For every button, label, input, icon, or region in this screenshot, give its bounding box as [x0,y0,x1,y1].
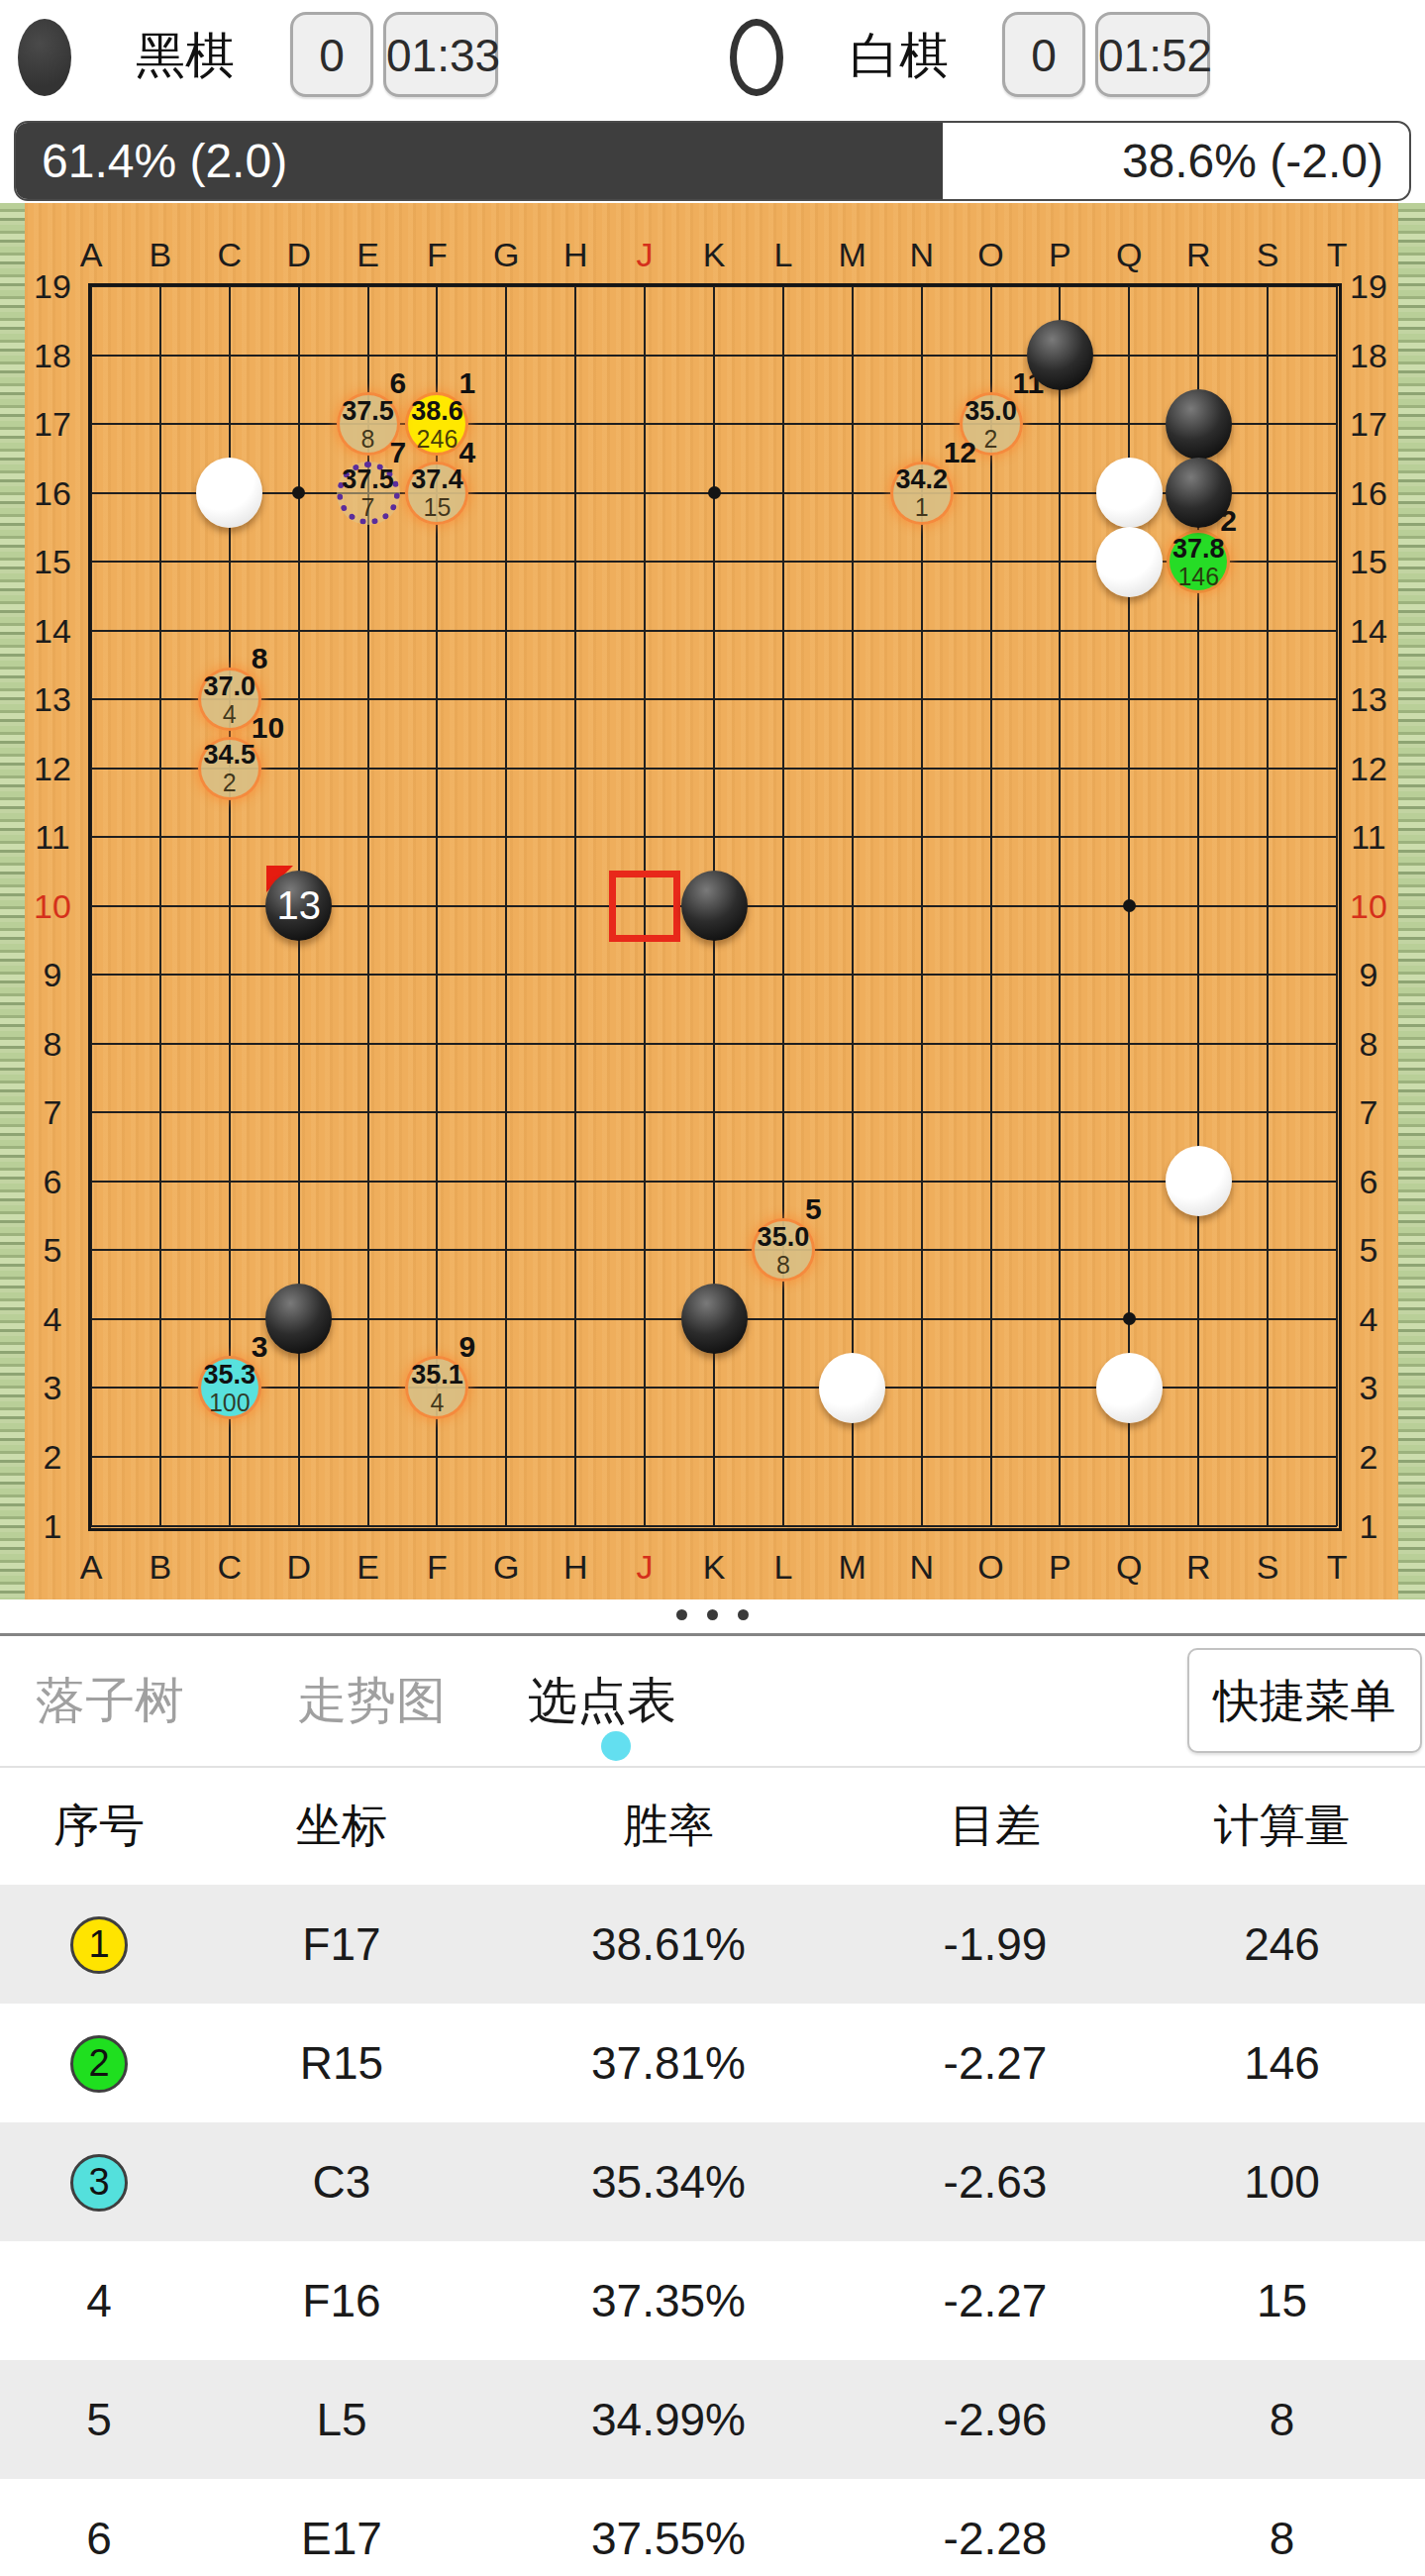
column-label-bottom: T [1315,1547,1359,1587]
rank-cell: 6 [0,2512,198,2565]
candidate-winrate: 37.5 [342,464,394,494]
column-label-bottom: J [623,1547,666,1587]
column-label-top: E [347,235,390,274]
candidate-row-R15[interactable]: 2R1537.81%-2.27146 [0,2004,1425,2122]
column-label-bottom: N [900,1547,944,1587]
row-label-left: 2 [25,1437,80,1477]
star-point [708,486,721,499]
column-label-top: J [623,235,666,274]
tab-move-tree[interactable]: 落子树 [36,1636,184,1766]
winrate-white-label: 38.6% (-2.0) [1122,123,1383,199]
column-label-bottom: H [554,1547,597,1587]
quick-menu-button[interactable]: 快捷菜单 [1187,1648,1422,1753]
column-label-bottom: K [692,1547,736,1587]
row-label-left: 10 [25,886,80,926]
winrate-bar: 61.4% (2.0) 38.6% (-2.0) [14,121,1411,201]
row-label-right: 7 [1341,1092,1396,1132]
winrate-cell: 37.81% [485,2036,852,2090]
column-label-bottom: D [277,1547,321,1587]
stone-white-M3 [819,1353,885,1423]
candidate-visits: 8 [361,426,375,453]
candidate-winrate: 35.1 [411,1360,463,1390]
row-label-right: 1 [1341,1506,1396,1546]
row-label-left: 5 [25,1230,80,1270]
candidate-rank-label: 10 [252,711,284,745]
score-diff-cell: -2.96 [852,2393,1139,2446]
page-indicator[interactable] [0,1605,1425,1623]
column-label-top: F [415,235,458,274]
winrate-cell: 34.99% [485,2393,852,2446]
column-label-bottom: L [762,1547,805,1587]
candidate-rank-label: 12 [944,436,976,469]
candidate-visits: 8 [776,1252,790,1279]
row-label-left: 17 [25,404,80,444]
column-label-bottom: M [831,1547,874,1587]
candidate-winrate: 37.8 [1172,534,1225,564]
visits-cell: 100 [1139,2155,1425,2209]
column-label-top: G [484,235,528,274]
candidate-rank-label: 5 [805,1192,822,1226]
column-label-bottom: A [69,1547,113,1587]
column-label-bottom: O [969,1547,1013,1587]
candidate-visits: 146 [1177,564,1219,590]
row-label-left: 4 [25,1299,80,1339]
active-tab-indicator-dot [601,1731,631,1761]
candidate-winrate: 37.4 [411,464,463,494]
column-label-top: B [139,235,182,274]
score-diff-cell: -1.99 [852,1917,1139,1971]
column-label-top: K [692,235,736,274]
candidate-visits: 100 [209,1390,251,1416]
candidate-winrate: 38.6 [411,396,463,426]
column-label-top: P [1038,235,1081,274]
winrate-cell: 38.61% [485,1917,852,1971]
white-clock-chip: 01:52 [1095,12,1210,97]
column-label-top: C [208,235,252,274]
row-label-right: 3 [1341,1368,1396,1407]
candidate-winrate: 35.3 [203,1360,255,1390]
candidate-row-F17[interactable]: 1F1738.61%-1.99246 [0,1885,1425,2004]
candidate-rank-label: 4 [458,436,475,469]
winrate-black-segment: 61.4% (2.0) [16,123,943,199]
column-label-bottom: S [1246,1547,1289,1587]
candidate-visits: 2 [984,426,998,453]
stone-white-C16 [196,458,262,528]
rank-cell: 2 [0,2033,198,2093]
table-header-cell: 计算量 [1139,1796,1425,1857]
go-board[interactable]: AABBCCDDEEFFGGHHJJKKLLMMNNOOPPQQRRSSTT19… [0,203,1425,1599]
candidate-visits: 7 [361,494,375,521]
row-label-right: 2 [1341,1437,1396,1477]
candidate-rank-label: 3 [252,1330,268,1364]
column-label-bottom: R [1176,1547,1220,1587]
rank-cell: 5 [0,2393,198,2446]
candidate-row-F16[interactable]: 4F1637.35%-2.2715 [0,2241,1425,2360]
candidate-winrate: 34.5 [203,740,255,770]
table-header-cell: 序号 [0,1796,198,1857]
candidate-row-L5[interactable]: 5L534.99%-2.968 [0,2360,1425,2479]
winrate-cell: 37.55% [485,2512,852,2565]
candidate-visits: 246 [417,426,458,453]
candidate-move-N16[interactable]: 34.21 [890,462,954,525]
stone-white-Q16 [1096,458,1163,528]
stone-white-Q3 [1096,1353,1163,1423]
row-label-left: 11 [25,817,80,857]
candidate-move-R15[interactable]: 37.8146 [1167,530,1230,593]
row-label-right: 4 [1341,1299,1396,1339]
bottom-tab-bar: 落子树 走势图 选点表 快捷菜单 [0,1636,1425,1766]
stone-black-D10: 13 [265,871,332,941]
candidate-visits: 4 [223,701,237,728]
black-player-label: 黑棋 [136,0,235,111]
column-label-top: D [277,235,321,274]
row-label-right: 6 [1341,1162,1396,1201]
candidate-visits: 15 [424,494,452,521]
candidate-table-header: 序号坐标胜率目差计算量 [0,1766,1425,1885]
candidate-row-E17[interactable]: 6E1737.55%-2.288 [0,2479,1425,2576]
row-label-right: 14 [1341,611,1396,651]
rank-badge-cyan: 3 [70,2154,128,2212]
column-label-bottom: C [208,1547,252,1587]
stone-black-P18 [1027,320,1093,390]
candidate-winrate: 37.0 [203,671,255,701]
candidate-visits: 4 [430,1390,444,1416]
candidate-winrate: 34.2 [895,464,948,494]
rank-badge-yellow: 1 [70,1916,128,1974]
row-label-left: 14 [25,611,80,651]
row-label-right: 19 [1341,266,1396,306]
column-label-top: L [762,235,805,274]
candidate-winrate: 35.0 [758,1222,810,1252]
candidate-rank-label: 8 [252,642,268,675]
winrate-black-label: 61.4% (2.0) [42,134,287,188]
black-captures-chip: 0 [290,12,373,97]
stone-white-R6 [1166,1146,1232,1216]
candidate-rank-label: 9 [458,1330,475,1364]
row-label-right: 12 [1341,749,1396,788]
coord-cell: F16 [198,2274,485,2327]
row-label-left: 15 [25,542,80,581]
candidate-move-C12[interactable]: 34.52 [198,737,261,800]
visits-cell: 246 [1139,1917,1425,1971]
stone-black-K4 [681,1284,748,1354]
coord-cell: E17 [198,2512,485,2565]
score-diff-cell: -2.63 [852,2155,1139,2209]
row-label-right: 5 [1341,1230,1396,1270]
table-header-cell: 坐标 [198,1796,485,1857]
column-label-top: R [1176,235,1220,274]
candidate-rank-label: 7 [390,436,407,469]
candidate-move-E16[interactable]: 37.57 [337,462,400,525]
row-label-left: 8 [25,1024,80,1064]
candidate-move-F16[interactable]: 37.415 [405,462,468,525]
row-label-right: 15 [1341,542,1396,581]
score-diff-cell: -2.28 [852,2512,1139,2565]
row-label-left: 18 [25,336,80,375]
row-label-right: 8 [1341,1024,1396,1064]
candidate-table-body: 1F1738.61%-1.992462R1537.81%-2.271463C33… [0,1885,1425,2576]
candidate-row-C3[interactable]: 3C335.34%-2.63100 [0,2122,1425,2241]
column-label-top: S [1246,235,1289,274]
winrate-cell: 35.34% [485,2155,852,2209]
last-variation-marker-square [609,871,680,942]
tab-trend-graph[interactable]: 走势图 [297,1636,446,1766]
table-header-cell: 目差 [852,1796,1139,1857]
visits-cell: 8 [1139,2393,1425,2446]
column-label-top: M [831,235,874,274]
row-label-left: 13 [25,679,80,719]
white-player-label: 白棋 [850,0,949,111]
page-dot [707,1609,718,1620]
row-label-right: 13 [1341,679,1396,719]
black-stone-icon [18,19,71,96]
column-label-bottom: E [347,1547,390,1587]
coord-cell: R15 [198,2036,485,2090]
row-label-right: 9 [1341,955,1396,994]
winrate-cell: 37.35% [485,2274,852,2327]
rank-cell: 3 [0,2152,198,2212]
row-label-left: 6 [25,1162,80,1201]
visits-cell: 15 [1139,2274,1425,2327]
rank-badge-green: 2 [70,2035,128,2093]
column-label-top: N [900,235,944,274]
stone-black-R17 [1166,389,1232,460]
candidate-winrate: 37.5 [342,396,394,426]
player-bar: 黑棋 0 01:33 白棋 0 01:52 [0,0,1425,111]
candidate-visits: 1 [915,494,929,521]
white-stone-icon [730,19,783,96]
row-label-right: 11 [1341,817,1396,857]
candidate-rank-label: 1 [458,366,475,400]
candidate-rank-label: 6 [390,366,407,400]
coord-cell: C3 [198,2155,485,2209]
column-label-bottom: G [484,1547,528,1587]
coord-cell: F17 [198,1917,485,1971]
rank-cell: 4 [0,2274,198,2327]
row-label-right: 17 [1341,404,1396,444]
row-label-left: 16 [25,473,80,513]
stone-black-R16 [1166,458,1232,528]
score-diff-cell: -2.27 [852,2274,1139,2327]
coord-cell: L5 [198,2393,485,2446]
row-label-left: 19 [25,266,80,306]
column-label-top: H [554,235,597,274]
column-label-top: Q [1107,235,1151,274]
row-label-left: 9 [25,955,80,994]
row-label-right: 16 [1341,473,1396,513]
row-label-right: 18 [1341,336,1396,375]
stone-black-K10 [681,871,748,941]
page-dot [676,1609,687,1620]
white-captures-chip: 0 [1002,12,1085,97]
move-number-label: 13 [276,883,321,928]
column-label-bottom: B [139,1547,182,1587]
page-dot [738,1609,749,1620]
visits-cell: 146 [1139,2036,1425,2090]
row-label-left: 1 [25,1506,80,1546]
visits-cell: 8 [1139,2512,1425,2565]
column-label-bottom: F [415,1547,458,1587]
row-label-left: 3 [25,1368,80,1407]
candidate-winrate: 35.0 [965,396,1017,426]
column-label-bottom: Q [1107,1547,1151,1587]
black-clock-chip: 01:33 [383,12,498,97]
stone-white-Q15 [1096,527,1163,597]
row-label-left: 12 [25,749,80,788]
row-label-left: 7 [25,1092,80,1132]
candidate-move-L5[interactable]: 35.08 [752,1218,815,1282]
candidate-visits: 2 [223,770,237,796]
table-header-cell: 胜率 [485,1796,852,1857]
rank-cell: 1 [0,1914,198,1974]
score-diff-cell: -2.27 [852,2036,1139,2090]
candidate-move-C3[interactable]: 35.3100 [198,1356,261,1419]
column-label-bottom: P [1038,1547,1081,1587]
row-label-right: 10 [1341,886,1396,926]
column-label-top: O [969,235,1013,274]
